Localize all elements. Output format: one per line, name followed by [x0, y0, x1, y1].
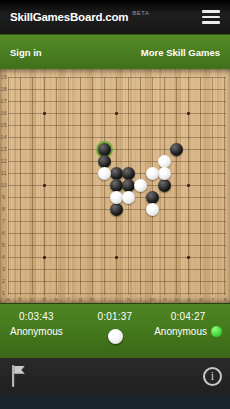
star-point — [43, 112, 46, 115]
row-label: 8 — [0, 206, 7, 213]
white-stone — [134, 179, 147, 192]
white-turn-indicator-stone — [108, 329, 123, 344]
menu-bar — [202, 21, 220, 24]
resign-flag-icon[interactable] — [9, 363, 27, 393]
row-label: 10 — [0, 182, 7, 189]
grid-line-h — [8, 149, 226, 150]
beta-badge: BETA — [132, 10, 149, 16]
grid-line-v — [212, 77, 213, 295]
info-glyph: i — [211, 369, 214, 383]
black-stone — [146, 191, 159, 204]
move-clock: 0:01:37 — [98, 311, 133, 322]
grid-line-v — [56, 77, 57, 295]
grid-line-v — [104, 77, 105, 295]
grid-line-h — [8, 281, 226, 282]
row-label: 6 — [0, 230, 7, 237]
sign-in-link[interactable]: Sign in — [10, 47, 42, 58]
grid-line-v — [200, 77, 201, 295]
row-label: 17 — [0, 98, 7, 105]
white-stone — [122, 191, 135, 204]
grid-line-h — [8, 137, 226, 138]
row-label: 19 — [0, 74, 7, 81]
info-icon[interactable]: i — [203, 367, 222, 386]
grid-line-h — [8, 245, 226, 246]
action-bar: i — [0, 358, 230, 395]
star-point — [187, 184, 190, 187]
white-stone — [146, 203, 159, 216]
grid-line-h — [8, 269, 226, 270]
star-point — [43, 256, 46, 259]
grid-line-v — [152, 77, 153, 295]
white-stone — [110, 191, 123, 204]
grid-line-h — [8, 125, 226, 126]
row-label: 12 — [0, 158, 7, 165]
row-label: 11 — [0, 170, 7, 177]
black-stone — [122, 167, 135, 180]
row-label: 13 — [0, 146, 7, 153]
menu-bar — [202, 16, 220, 19]
white-stone — [158, 167, 171, 180]
row-label: 15 — [0, 122, 7, 129]
player-right-clock: 0:04:27 — [171, 311, 206, 322]
grid-line-v — [224, 77, 225, 295]
row-label: 16 — [0, 110, 7, 117]
black-stone — [110, 167, 123, 180]
row-label: 14 — [0, 134, 7, 141]
grid-line-v — [68, 77, 69, 295]
hamburger-menu-icon[interactable] — [202, 8, 220, 26]
white-stone — [98, 167, 111, 180]
black-stone — [110, 203, 123, 216]
row-label: 1 — [0, 290, 7, 297]
star-point — [115, 112, 118, 115]
bottom-strip — [0, 395, 230, 409]
row-label: 18 — [0, 86, 7, 93]
app-window: SkillGamesBoard.com BETA Sign in More Sk… — [0, 0, 230, 409]
black-stone — [98, 155, 111, 168]
row-label: 9 — [0, 194, 7, 201]
row-label: 3 — [0, 266, 7, 273]
menu-bar — [202, 10, 220, 13]
grid-line-h — [8, 221, 226, 222]
star-point — [115, 256, 118, 259]
black-stone — [122, 179, 135, 192]
grid-line-v — [8, 77, 9, 295]
row-label: 4 — [0, 254, 7, 261]
players-panel: 0:03:43 Anonymous 0:01:37 0:04:27 Anonym… — [0, 303, 230, 358]
black-stone — [170, 143, 183, 156]
black-stone — [158, 179, 171, 192]
nav-bar: Sign in More Skill Games — [0, 34, 230, 69]
grid-line-v — [92, 77, 93, 295]
site-title: SkillGamesBoard.com — [10, 11, 128, 23]
white-stone — [158, 155, 171, 168]
black-stone — [110, 179, 123, 192]
row-label: 7 — [0, 218, 7, 225]
star-point — [187, 112, 190, 115]
grid-line-v — [32, 77, 33, 295]
row-label: 5 — [0, 242, 7, 249]
grid-line-h — [8, 89, 226, 90]
star-point — [187, 256, 190, 259]
grid-line-h — [8, 161, 226, 162]
header: SkillGamesBoard.com BETA — [0, 0, 230, 34]
grid-line-h — [8, 233, 226, 234]
online-status-dot — [211, 326, 222, 337]
white-stone — [146, 167, 159, 180]
grid-line-h — [8, 101, 226, 102]
star-point — [43, 184, 46, 187]
player-right: 0:04:27 Anonymous — [154, 311, 222, 337]
more-skill-games-link[interactable]: More Skill Games — [141, 47, 220, 58]
black-stone — [98, 143, 111, 156]
grid-line-h — [8, 77, 226, 78]
player-right-name: Anonymous — [154, 326, 207, 337]
grid-line-v — [176, 77, 177, 295]
grid-line-v — [20, 77, 21, 295]
game-board[interactable]: 19a18b17c16d15e14f13g12h11i10j9k8l7m6n5o… — [0, 69, 230, 303]
row-label: 2 — [0, 278, 7, 285]
grid-line-h — [8, 293, 226, 294]
grid-line-v — [80, 77, 81, 295]
